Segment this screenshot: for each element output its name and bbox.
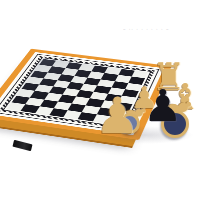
frame-sticker-label: [12, 140, 32, 151]
piece-dark-pawn-standing: ♟: [143, 84, 182, 128]
piece-light-king-standing: ♟: [95, 91, 140, 141]
watermark-text: – ·· · · · · · · –: [123, 27, 187, 32]
product-photo-chess-set: { "game": "chess", "scene": "Overhead pr…: [0, 0, 200, 200]
